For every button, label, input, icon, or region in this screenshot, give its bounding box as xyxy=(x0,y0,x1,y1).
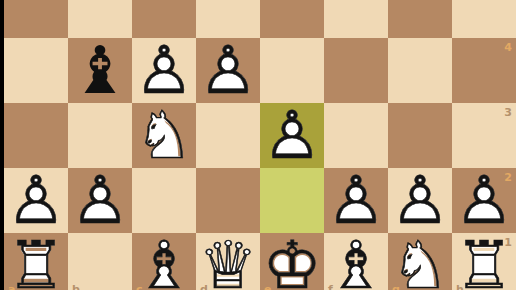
square-e2[interactable] xyxy=(260,168,324,233)
square-e4[interactable] xyxy=(260,38,324,103)
piece-glyph-outline: ♖ xyxy=(454,233,513,290)
white-pawn[interactable]: ♟♙ xyxy=(4,168,68,233)
square-c4[interactable]: ♟♙ xyxy=(132,38,196,103)
black-bishop[interactable]: ♝ xyxy=(68,38,132,103)
piece-glyph-outline: ♙ xyxy=(390,168,449,233)
square-b3[interactable] xyxy=(68,103,132,168)
square-d2[interactable] xyxy=(196,168,260,233)
square-h5[interactable]: 5 xyxy=(452,0,516,38)
square-b1[interactable]: b xyxy=(68,233,132,290)
piece-glyph-outline: ♕ xyxy=(198,233,257,290)
piece-glyph-outline: ♙ xyxy=(326,168,385,233)
piece-glyph-outline: ♙ xyxy=(6,168,65,233)
square-d4[interactable]: ♟♙ xyxy=(196,38,260,103)
piece-glyph-outline: ♗ xyxy=(326,233,385,290)
white-king[interactable]: ♚♔ xyxy=(260,233,324,290)
square-f4[interactable] xyxy=(324,38,388,103)
piece-glyph-outline: ♙ xyxy=(70,168,129,233)
square-b4[interactable]: ♝ xyxy=(68,38,132,103)
square-b2[interactable]: ♟♙ xyxy=(68,168,132,233)
piece-glyph-outline: ♙ xyxy=(134,38,193,103)
square-e3[interactable]: ♟♙ xyxy=(260,103,324,168)
chess-board: 5♝♟♙♟♙4♞♘♟♙3♟♙♟♙♟♙♟♙♟♙2♜♖ab♝♗c♛♕d♚♔e♝♗f♞… xyxy=(4,0,516,290)
square-g3[interactable] xyxy=(388,103,452,168)
white-rook[interactable]: ♜♖ xyxy=(4,233,68,290)
square-g5[interactable] xyxy=(388,0,452,38)
square-c3[interactable]: ♞♘ xyxy=(132,103,196,168)
piece-glyph-outline: ♘ xyxy=(134,103,193,168)
piece-glyph-outline: ♙ xyxy=(454,168,513,233)
piece-glyph: ♝ xyxy=(70,38,129,103)
letterbox-left xyxy=(0,0,4,290)
square-a4[interactable] xyxy=(4,38,68,103)
piece-glyph-outline: ♖ xyxy=(6,233,65,290)
white-pawn[interactable]: ♟♙ xyxy=(452,168,516,233)
square-e1[interactable]: ♚♔e xyxy=(260,233,324,290)
square-a3[interactable] xyxy=(4,103,68,168)
rank-label: 3 xyxy=(504,107,512,118)
square-g4[interactable] xyxy=(388,38,452,103)
square-a2[interactable]: ♟♙ xyxy=(4,168,68,233)
white-pawn[interactable]: ♟♙ xyxy=(324,168,388,233)
square-f5[interactable] xyxy=(324,0,388,38)
square-d3[interactable] xyxy=(196,103,260,168)
square-c1[interactable]: ♝♗c xyxy=(132,233,196,290)
square-h4[interactable]: 4 xyxy=(452,38,516,103)
piece-glyph-outline: ♙ xyxy=(262,103,321,168)
square-g2[interactable]: ♟♙ xyxy=(388,168,452,233)
piece-glyph-outline: ♙ xyxy=(198,38,257,103)
white-pawn[interactable]: ♟♙ xyxy=(388,168,452,233)
rank-label: 4 xyxy=(504,42,512,53)
piece-glyph-outline: ♔ xyxy=(262,233,321,290)
white-knight[interactable]: ♞♘ xyxy=(388,233,452,290)
square-f3[interactable] xyxy=(324,103,388,168)
square-a5[interactable] xyxy=(4,0,68,38)
white-bishop[interactable]: ♝♗ xyxy=(324,233,388,290)
file-label: b xyxy=(72,284,80,290)
white-pawn[interactable]: ♟♙ xyxy=(132,38,196,103)
square-e5[interactable] xyxy=(260,0,324,38)
square-h3[interactable]: 3 xyxy=(452,103,516,168)
square-f2[interactable]: ♟♙ xyxy=(324,168,388,233)
square-h2[interactable]: ♟♙2 xyxy=(452,168,516,233)
white-queen[interactable]: ♛♕ xyxy=(196,233,260,290)
square-a1[interactable]: ♜♖a xyxy=(4,233,68,290)
square-c2[interactable] xyxy=(132,168,196,233)
square-h1[interactable]: ♜♖1h xyxy=(452,233,516,290)
white-rook[interactable]: ♜♖ xyxy=(452,233,516,290)
piece-glyph-outline: ♘ xyxy=(390,233,449,290)
white-pawn[interactable]: ♟♙ xyxy=(260,103,324,168)
piece-glyph-outline: ♗ xyxy=(134,233,193,290)
white-pawn[interactable]: ♟♙ xyxy=(68,168,132,233)
white-pawn[interactable]: ♟♙ xyxy=(196,38,260,103)
square-g1[interactable]: ♞♘g xyxy=(388,233,452,290)
white-knight[interactable]: ♞♘ xyxy=(132,103,196,168)
white-bishop[interactable]: ♝♗ xyxy=(132,233,196,290)
square-d1[interactable]: ♛♕d xyxy=(196,233,260,290)
chessboard-screenshot: 5♝♟♙♟♙4♞♘♟♙3♟♙♟♙♟♙♟♙♟♙2♜♖ab♝♗c♛♕d♚♔e♝♗f♞… xyxy=(0,0,516,290)
square-f1[interactable]: ♝♗f xyxy=(324,233,388,290)
